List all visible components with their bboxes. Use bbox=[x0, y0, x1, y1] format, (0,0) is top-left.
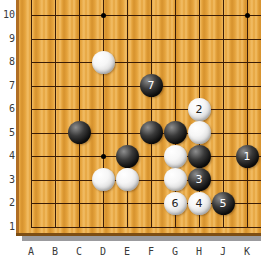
row-label-2: 2 bbox=[0, 196, 15, 210]
grid-line-vertical-C bbox=[79, 0, 80, 228]
grid-line-horizontal-1 bbox=[31, 227, 261, 228]
grid-line-vertical-E bbox=[127, 0, 128, 228]
grid-line-horizontal-10 bbox=[31, 15, 261, 16]
stone-white-G3[interactable] bbox=[164, 168, 187, 191]
grid-line-horizontal-4 bbox=[31, 156, 261, 157]
board-edge-left bbox=[16, 0, 19, 236]
stone-black-J2-move-5[interactable]: 5 bbox=[212, 192, 235, 215]
col-label-D: D bbox=[94, 245, 112, 259]
stone-black-E4[interactable] bbox=[116, 145, 139, 168]
row-label-9: 9 bbox=[0, 32, 15, 46]
row-label-1: 1 bbox=[0, 220, 15, 234]
stone-black-G5[interactable] bbox=[164, 121, 187, 144]
grid-line-vertical-D bbox=[103, 0, 104, 228]
stone-white-H5[interactable] bbox=[188, 121, 211, 144]
star-point-D4 bbox=[101, 154, 106, 159]
star-point-D10 bbox=[101, 13, 106, 18]
grid-line-vertical-B bbox=[55, 0, 56, 228]
col-label-K: K bbox=[238, 245, 256, 259]
col-label-E: E bbox=[118, 245, 136, 259]
col-label-A: A bbox=[22, 245, 40, 259]
col-label-J: J bbox=[214, 245, 232, 259]
go-diagram: 7213645 10987654321ABCDEFGHJK bbox=[0, 0, 261, 264]
grid-line-horizontal-3 bbox=[31, 180, 261, 181]
stone-black-H3-move-3[interactable]: 3 bbox=[188, 168, 211, 191]
stone-black-K4-move-1[interactable]: 1 bbox=[236, 145, 259, 168]
row-label-10: 10 bbox=[0, 8, 15, 22]
row-label-3: 3 bbox=[0, 173, 15, 187]
col-label-C: C bbox=[70, 245, 88, 259]
stone-white-E3[interactable] bbox=[116, 168, 139, 191]
grid-line-horizontal-8 bbox=[31, 62, 261, 63]
grid-line-horizontal-9 bbox=[31, 39, 261, 40]
star-point-K10 bbox=[245, 13, 250, 18]
stone-black-F5[interactable] bbox=[140, 121, 163, 144]
grid-line-vertical-A bbox=[31, 0, 32, 228]
col-label-H: H bbox=[190, 245, 208, 259]
stone-white-D3[interactable] bbox=[92, 168, 115, 191]
row-label-8: 8 bbox=[0, 55, 15, 69]
col-label-G: G bbox=[166, 245, 184, 259]
row-label-4: 4 bbox=[0, 149, 15, 163]
stone-white-H2-move-4[interactable]: 4 bbox=[188, 192, 211, 215]
stone-white-D8[interactable] bbox=[92, 51, 115, 74]
stone-black-H4[interactable] bbox=[188, 145, 211, 168]
stone-black-C5[interactable] bbox=[68, 121, 91, 144]
stone-white-G2-move-6[interactable]: 6 bbox=[164, 192, 187, 215]
stone-white-G4[interactable] bbox=[164, 145, 187, 168]
row-label-5: 5 bbox=[0, 126, 15, 140]
grid-line-vertical-F bbox=[151, 0, 152, 228]
col-label-F: F bbox=[142, 245, 160, 259]
stone-white-H6-move-2[interactable]: 2 bbox=[188, 98, 211, 121]
grid-line-vertical-K bbox=[247, 0, 248, 228]
board-shadow bbox=[22, 236, 261, 241]
row-label-6: 6 bbox=[0, 102, 15, 116]
col-label-B: B bbox=[46, 245, 64, 259]
grid-line-horizontal-6 bbox=[31, 109, 261, 110]
row-label-7: 7 bbox=[0, 79, 15, 93]
stone-black-F7-move-7[interactable]: 7 bbox=[140, 74, 163, 97]
